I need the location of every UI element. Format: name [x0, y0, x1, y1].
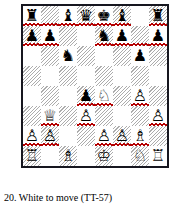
square-c8: ♝ [59, 6, 77, 26]
square-b7: ♟ [41, 26, 59, 46]
black-king: ♚ [95, 6, 113, 26]
square-d7 [77, 26, 95, 46]
white-king: ♔ [95, 146, 113, 166]
square-f7: ♟ [113, 26, 131, 46]
square-g7 [131, 26, 149, 46]
square-b8 [41, 6, 59, 26]
square-a7: ♟ [23, 26, 41, 46]
black-queen: ♛ [77, 6, 95, 26]
black-pawn: ♟ [23, 26, 41, 46]
square-e2: ♙ [95, 126, 113, 146]
square-c5 [59, 66, 77, 86]
white-knight: ♘ [95, 86, 113, 106]
black-pawn: ♟ [149, 26, 167, 46]
square-b3: ♕ [41, 106, 59, 126]
black-bishop: ♝ [59, 6, 77, 26]
square-a1: ♖ [23, 146, 41, 166]
white-bishop: ♗ [59, 146, 77, 166]
white-rook: ♖ [149, 146, 167, 166]
square-c2 [59, 126, 77, 146]
square-b4 [41, 86, 59, 106]
square-h8: ♜ [149, 6, 167, 26]
black-bishop: ♝ [113, 6, 131, 26]
white-bishop: ♗ [131, 126, 149, 146]
square-f6 [113, 46, 131, 66]
white-pawn: ♙ [149, 106, 167, 126]
square-h4 [149, 86, 167, 106]
square-f2: ♙ [113, 126, 131, 146]
square-f4 [113, 86, 131, 106]
square-f1 [113, 146, 131, 166]
square-d8: ♛ [77, 6, 95, 26]
square-e7: ♞ [95, 26, 113, 46]
square-h7: ♟ [149, 26, 167, 46]
square-a5 [23, 66, 41, 86]
white-pawn: ♙ [41, 126, 59, 146]
black-rook: ♜ [149, 6, 167, 26]
square-h3: ♙ [149, 106, 167, 126]
square-b5 [41, 66, 59, 86]
square-d2 [77, 126, 95, 146]
black-pawn: ♟ [41, 26, 59, 46]
black-rook: ♜ [23, 6, 41, 26]
document-page: ♜♝♛♚♝♜♟♟♞♟♟♞♟♟♘♙♕♙♙♙♙♙♙♗♖♗♔♘♖ 20. White … [0, 0, 177, 214]
black-knight: ♞ [95, 26, 113, 46]
square-f3 [113, 106, 131, 126]
chess-board: ♜♝♛♚♝♜♟♟♞♟♟♞♟♟♘♙♕♙♙♙♙♙♙♗♖♗♔♘♖ [21, 4, 169, 168]
square-g2: ♗ [131, 126, 149, 146]
square-d4: ♟ [77, 86, 95, 106]
square-g1: ♘ [131, 146, 149, 166]
white-queen: ♕ [41, 106, 59, 126]
square-d5 [77, 66, 95, 86]
square-g3 [131, 106, 149, 126]
square-a8: ♜ [23, 6, 41, 26]
white-pawn: ♙ [113, 126, 131, 146]
square-c1: ♗ [59, 146, 77, 166]
square-e8: ♚ [95, 6, 113, 26]
white-pawn: ♙ [131, 86, 149, 106]
square-h5 [149, 66, 167, 86]
square-h1: ♖ [149, 146, 167, 166]
square-f5 [113, 66, 131, 86]
white-knight: ♘ [131, 146, 149, 166]
square-f8: ♝ [113, 6, 131, 26]
square-c7 [59, 26, 77, 46]
black-pawn: ♟ [77, 86, 95, 106]
square-b1 [41, 146, 59, 166]
square-d6 [77, 46, 95, 66]
white-pawn: ♙ [95, 126, 113, 146]
square-a3 [23, 106, 41, 126]
square-e3 [95, 106, 113, 126]
square-e4: ♘ [95, 86, 113, 106]
square-a4 [23, 86, 41, 106]
black-pawn: ♟ [131, 46, 149, 66]
square-g5 [131, 66, 149, 86]
square-h6 [149, 46, 167, 66]
square-e5 [95, 66, 113, 86]
white-pawn: ♙ [77, 106, 95, 126]
black-pawn: ♟ [113, 26, 131, 46]
square-b2: ♙ [41, 126, 59, 146]
square-e6 [95, 46, 113, 66]
square-c6: ♞ [59, 46, 77, 66]
square-d1 [77, 146, 95, 166]
square-c3 [59, 106, 77, 126]
square-g8 [131, 6, 149, 26]
square-c4 [59, 86, 77, 106]
square-h2 [149, 126, 167, 146]
white-rook: ♖ [23, 146, 41, 166]
diagram-caption: 20. White to move (TT-57) [4, 192, 112, 203]
square-g4: ♙ [131, 86, 149, 106]
square-b6 [41, 46, 59, 66]
square-g6: ♟ [131, 46, 149, 66]
square-d3: ♙ [77, 106, 95, 126]
black-knight: ♞ [59, 46, 77, 66]
square-a6 [23, 46, 41, 66]
square-a2: ♙ [23, 126, 41, 146]
white-pawn: ♙ [23, 126, 41, 146]
square-e1: ♔ [95, 146, 113, 166]
